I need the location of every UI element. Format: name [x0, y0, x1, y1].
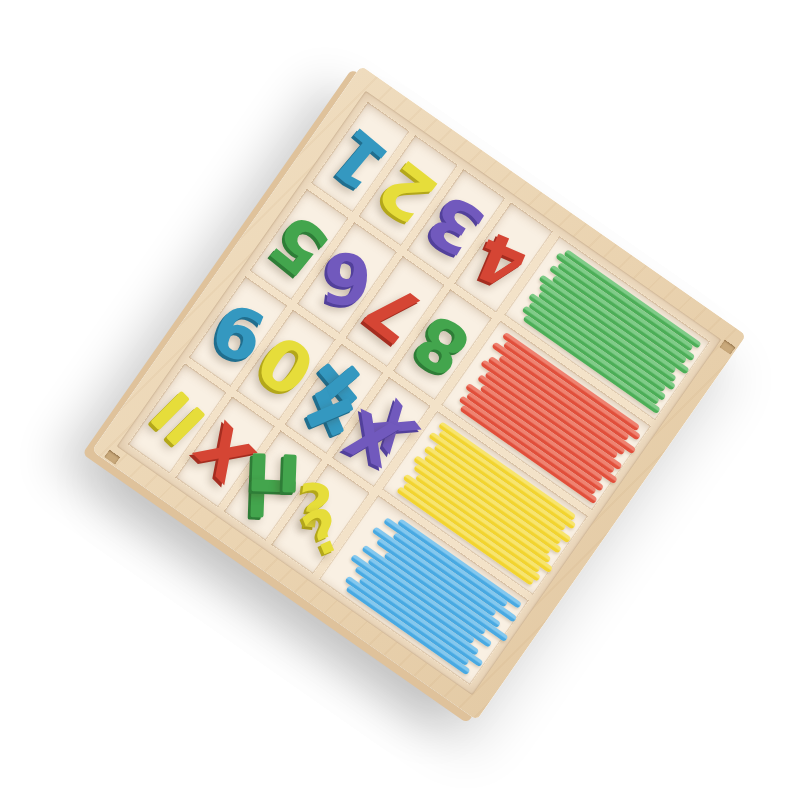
piece-minus-bars — [250, 454, 298, 520]
wooden-bar — [282, 455, 296, 493]
box-interior: 1234567890XXX?? — [117, 91, 721, 695]
lid-groove-notch — [720, 340, 736, 355]
lid-groove-notch — [104, 450, 120, 465]
piece-equals — [150, 391, 205, 446]
math-learning-box: 1234567890XXX?? — [92, 66, 747, 721]
product-photo-scene: 1234567890XXX?? — [0, 0, 800, 800]
